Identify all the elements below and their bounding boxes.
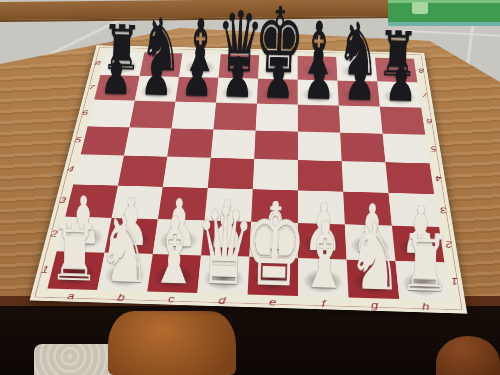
square-e7: ♟	[257, 79, 298, 105]
white-bishop-c1: ♝	[149, 214, 199, 287]
square-g5	[340, 133, 385, 163]
square-c5	[167, 128, 213, 157]
square-h7: ♟	[377, 82, 421, 108]
file-label-cell: c	[145, 292, 197, 306]
file-label-cell: b	[95, 290, 147, 304]
square-h1: ♜	[395, 261, 450, 301]
white-king-e1: ♚	[241, 200, 307, 291]
file-label-cell: d	[196, 293, 247, 307]
file-label-e-bottom: e	[269, 296, 276, 306]
square-d6	[213, 103, 256, 131]
square-e1: ♚	[248, 257, 298, 296]
rank-label-8-right: 8	[418, 68, 425, 74]
chessboard: abcdefgh8♜♞♝♛♚♝♞♜87♟♟♟♟♟♟♟♟7665544332♟♟♟…	[30, 45, 468, 313]
square-h6	[380, 107, 425, 135]
board-corner	[450, 301, 467, 314]
rank-label-4-right: 4	[435, 175, 443, 183]
square-a5	[81, 126, 130, 155]
square-a4	[73, 154, 124, 185]
square-e5	[254, 130, 298, 160]
square-a1: ♜	[47, 251, 104, 290]
file-label-a-bottom: a	[66, 290, 75, 300]
rank-label-7-left: 7	[88, 84, 95, 90]
square-c4	[163, 157, 211, 188]
square-b4	[118, 155, 167, 186]
square-b1: ♞	[97, 253, 153, 292]
white-rook-a1: ♜	[48, 222, 101, 284]
rank-label-3-right: 3	[439, 206, 447, 215]
rank-label-4-left: 4	[66, 165, 74, 173]
black-pawn-e7: ♟	[261, 57, 294, 101]
file-label-cell: a	[44, 289, 97, 303]
square-f6	[298, 105, 340, 133]
square-g1: ♞	[347, 260, 400, 299]
rank-label-5-left: 5	[74, 136, 82, 143]
square-c6	[171, 102, 216, 130]
square-c1: ♝	[147, 254, 201, 293]
black-pawn-g7: ♟	[343, 59, 377, 103]
table-leg-left	[108, 311, 236, 375]
file-label-c-bottom: c	[168, 293, 176, 303]
black-pawn-h7: ♟	[384, 60, 418, 104]
chessboard-grid: abcdefgh8♜♞♝♛♚♝♞♜87♟♟♟♟♟♟♟♟7665544332♟♟♟…	[30, 45, 468, 313]
file-label-cell: g	[349, 298, 401, 312]
square-g4	[342, 161, 389, 193]
square-d7: ♟	[216, 78, 258, 104]
square-f5	[298, 131, 342, 161]
file-label-b-bottom: b	[117, 292, 126, 302]
file-label-cell: f	[298, 296, 349, 310]
square-a7: ♟	[94, 75, 139, 101]
square-b5	[124, 127, 172, 156]
file-label-cell: h	[399, 299, 452, 313]
square-g6	[339, 106, 383, 134]
square-e6	[256, 104, 298, 132]
square-h5	[383, 134, 430, 164]
black-pawn-d7: ♟	[221, 56, 254, 100]
rank-label-5-right: 5	[430, 145, 437, 152]
photo-scene: abcdefgh8♜♞♝♛♚♝♞♜87♟♟♟♟♟♟♟♟7665544332♟♟♟…	[0, 0, 500, 375]
square-b6	[130, 101, 176, 128]
square-f7: ♟	[298, 80, 339, 106]
square-c7: ♟	[175, 77, 218, 103]
white-rook-h1: ♜	[398, 232, 453, 295]
black-pawn-c7: ♟	[180, 55, 213, 99]
file-label-f-bottom: f	[322, 298, 326, 308]
white-knight-g1: ♞	[346, 220, 403, 294]
file-label-cell: e	[247, 295, 298, 309]
file-label-d-bottom: d	[218, 295, 226, 305]
square-g7: ♟	[338, 81, 380, 107]
square-h4	[386, 162, 435, 194]
square-a6	[88, 100, 135, 127]
rank-label-6-right: 6	[426, 118, 433, 125]
square-b7: ♟	[135, 76, 179, 102]
file-label-h-bottom: h	[421, 301, 430, 311]
black-pawn-a7: ♟	[99, 53, 132, 97]
white-knight-b1: ♞	[96, 213, 152, 286]
rank-label-1-right: 1	[450, 276, 459, 286]
square-d5	[211, 129, 256, 158]
file-label-g-bottom: g	[370, 299, 378, 309]
rank-label-7-right: 7	[422, 92, 429, 99]
black-pawn-b7: ♟	[140, 54, 173, 98]
black-pawn-f7: ♟	[302, 58, 335, 102]
rank-label-6-left: 6	[81, 109, 89, 116]
